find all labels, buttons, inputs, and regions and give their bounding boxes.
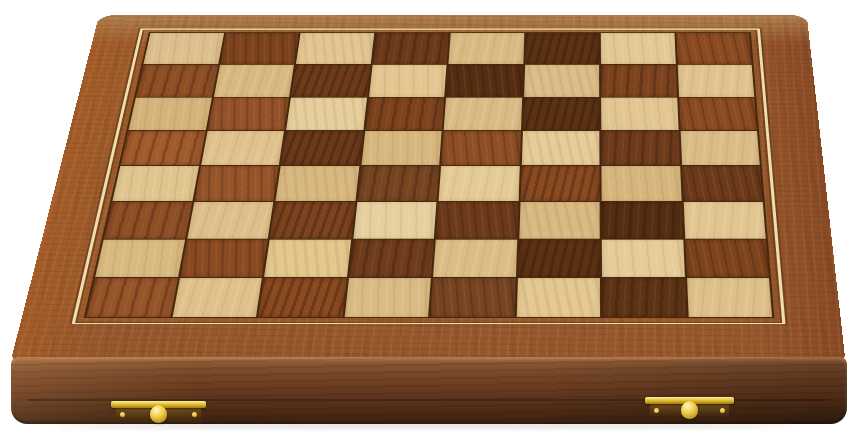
square-h4 — [682, 166, 763, 201]
square-d1 — [344, 278, 431, 317]
square-d6 — [365, 97, 444, 130]
square-f3 — [519, 202, 600, 238]
square-b4 — [194, 166, 279, 201]
square-c3 — [270, 202, 355, 238]
square-c7 — [291, 65, 370, 97]
right-brass-clasp — [645, 397, 734, 421]
square-f7 — [524, 65, 600, 97]
clasp-screw — [120, 412, 125, 417]
square-g4 — [601, 166, 681, 201]
clasp-screw — [720, 408, 725, 413]
square-c5 — [281, 131, 363, 165]
square-d7 — [369, 65, 447, 97]
square-g7 — [601, 65, 677, 97]
square-f8 — [525, 33, 599, 64]
square-a4 — [112, 166, 198, 201]
square-f1 — [516, 278, 600, 317]
square-e5 — [441, 131, 520, 165]
square-g6 — [601, 97, 678, 130]
square-a1 — [86, 278, 177, 317]
square-c1 — [258, 278, 346, 317]
square-e7 — [446, 65, 523, 97]
square-b5 — [201, 131, 284, 165]
square-e6 — [444, 97, 522, 130]
clasp-knob — [681, 401, 698, 419]
square-h2 — [685, 239, 769, 277]
square-h7 — [677, 65, 754, 97]
square-f4 — [520, 166, 600, 201]
clasp-screw — [654, 408, 659, 413]
square-b1 — [172, 278, 262, 317]
square-a5 — [121, 131, 206, 165]
square-d3 — [353, 202, 437, 238]
square-d5 — [361, 131, 442, 165]
square-g3 — [602, 202, 683, 238]
square-h1 — [687, 278, 773, 317]
square-c6 — [286, 97, 367, 130]
square-h8 — [676, 33, 752, 64]
square-e2 — [433, 239, 517, 277]
square-b8 — [220, 33, 299, 64]
square-g2 — [602, 239, 685, 277]
square-f6 — [522, 97, 599, 130]
square-e1 — [430, 278, 515, 317]
ground-shadow — [55, 422, 795, 428]
square-b7 — [214, 65, 294, 97]
square-g1 — [602, 278, 686, 317]
square-a2 — [95, 239, 185, 277]
square-g8 — [601, 33, 676, 64]
square-b3 — [187, 202, 273, 238]
square-b6 — [207, 97, 289, 130]
square-g5 — [601, 131, 679, 165]
square-h3 — [683, 202, 766, 238]
square-c2 — [264, 239, 351, 277]
square-a8 — [143, 33, 223, 64]
product-photo — [0, 0, 850, 431]
chess-board-grid — [84, 32, 775, 318]
square-a3 — [104, 202, 192, 238]
square-h6 — [679, 97, 757, 130]
square-f5 — [521, 131, 599, 165]
square-e8 — [448, 33, 523, 64]
square-a6 — [128, 97, 211, 130]
square-a7 — [136, 65, 218, 97]
square-h5 — [680, 131, 760, 165]
clasp-screw — [192, 412, 197, 417]
square-e4 — [439, 166, 520, 201]
square-b2 — [180, 239, 268, 277]
square-f2 — [518, 239, 600, 277]
square-c4 — [275, 166, 358, 201]
square-e3 — [436, 202, 518, 238]
square-c8 — [296, 33, 374, 64]
square-d4 — [357, 166, 439, 201]
chess-board-box-top — [10, 15, 845, 363]
clasp-knob — [150, 405, 167, 423]
square-d2 — [349, 239, 434, 277]
square-d8 — [372, 33, 449, 64]
